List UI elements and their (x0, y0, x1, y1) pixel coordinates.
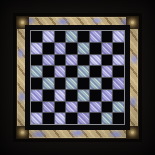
square-r8c8[interactable] (113, 113, 124, 124)
square-r3c3[interactable] (55, 55, 66, 66)
square-r8c1[interactable] (31, 113, 42, 124)
square-r1c8[interactable] (113, 31, 124, 42)
square-r6c3[interactable] (55, 90, 66, 101)
square-r3c6[interactable] (90, 55, 101, 66)
square-r4c1[interactable] (31, 66, 42, 77)
square-r4c4[interactable] (66, 66, 77, 77)
square-r1c4[interactable] (66, 31, 77, 42)
square-r5c3[interactable] (55, 78, 66, 89)
square-r8c3[interactable] (55, 113, 66, 124)
square-r5c2[interactable] (43, 78, 54, 89)
square-r1c6[interactable] (90, 31, 101, 42)
square-r4c8[interactable] (113, 66, 124, 77)
square-r6c4[interactable] (66, 90, 77, 101)
square-r3c8[interactable] (113, 55, 124, 66)
square-r7c5[interactable] (78, 102, 89, 113)
square-r6c6[interactable] (90, 90, 101, 101)
square-r1c5[interactable] (78, 31, 89, 42)
chessboard (30, 30, 125, 125)
square-r5c5[interactable] (78, 78, 89, 89)
square-r8c4[interactable] (66, 113, 77, 124)
framed-chessboard-photo (0, 0, 155, 155)
square-r4c6[interactable] (90, 66, 101, 77)
square-r6c8[interactable] (113, 90, 124, 101)
square-r3c2[interactable] (43, 55, 54, 66)
square-r7c7[interactable] (102, 102, 113, 113)
square-r8c6[interactable] (90, 113, 101, 124)
square-r8c7[interactable] (102, 113, 113, 124)
square-r5c6[interactable] (90, 78, 101, 89)
square-r1c2[interactable] (43, 31, 54, 42)
square-r2c7[interactable] (102, 43, 113, 54)
square-r8c2[interactable] (43, 113, 54, 124)
square-r6c2[interactable] (43, 90, 54, 101)
square-r4c5[interactable] (78, 66, 89, 77)
square-r5c7[interactable] (102, 78, 113, 89)
square-r2c1[interactable] (31, 43, 42, 54)
square-r7c2[interactable] (43, 102, 54, 113)
square-r4c3[interactable] (55, 66, 66, 77)
square-r2c6[interactable] (90, 43, 101, 54)
square-r5c4[interactable] (66, 78, 77, 89)
square-r6c7[interactable] (102, 90, 113, 101)
square-r1c1[interactable] (31, 31, 42, 42)
square-r7c8[interactable] (113, 102, 124, 113)
square-r2c4[interactable] (66, 43, 77, 54)
square-r5c8[interactable] (113, 78, 124, 89)
square-r7c6[interactable] (90, 102, 101, 113)
square-r4c2[interactable] (43, 66, 54, 77)
square-r8c5[interactable] (78, 113, 89, 124)
square-r2c2[interactable] (43, 43, 54, 54)
square-r3c4[interactable] (66, 55, 77, 66)
square-r6c5[interactable] (78, 90, 89, 101)
square-r7c1[interactable] (31, 102, 42, 113)
square-r3c7[interactable] (102, 55, 113, 66)
square-r7c3[interactable] (55, 102, 66, 113)
square-r2c3[interactable] (55, 43, 66, 54)
square-r1c7[interactable] (102, 31, 113, 42)
square-r2c8[interactable] (113, 43, 124, 54)
square-r4c7[interactable] (102, 66, 113, 77)
square-r2c5[interactable] (78, 43, 89, 54)
square-r6c1[interactable] (31, 90, 42, 101)
square-r1c3[interactable] (55, 31, 66, 42)
square-r3c1[interactable] (31, 55, 42, 66)
square-r7c4[interactable] (66, 102, 77, 113)
square-r5c1[interactable] (31, 78, 42, 89)
square-r3c5[interactable] (78, 55, 89, 66)
